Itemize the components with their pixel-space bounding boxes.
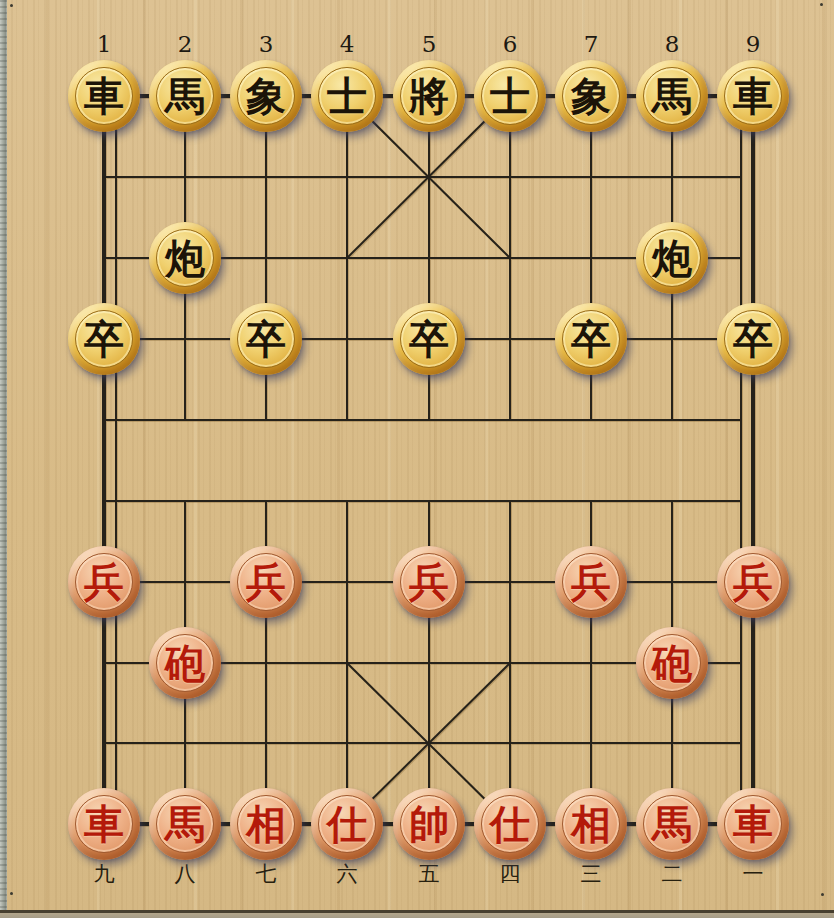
piece-glyph: 馬 [149,60,221,132]
file-label-top-7: 7 [584,33,599,56]
piece-black-elephant[interactable]: 象 [230,60,302,132]
piece-glyph: 馬 [636,788,708,860]
piece-black-soldier[interactable]: 卒 [717,303,789,375]
piece-glyph: 砲 [149,627,221,699]
file-label-bottom-8: 二 [662,864,683,885]
piece-black-horse[interactable]: 馬 [149,60,221,132]
piece-glyph: 象 [555,60,627,132]
piece-glyph: 砲 [636,627,708,699]
window-bottom-strip [0,913,834,918]
piece-red-chariot[interactable]: 車 [717,788,789,860]
piece-red-horse[interactable]: 馬 [636,788,708,860]
piece-black-horse[interactable]: 馬 [636,60,708,132]
piece-glyph: 炮 [636,222,708,294]
corner-dot [10,892,13,895]
piece-glyph: 車 [68,60,140,132]
piece-glyph: 相 [555,788,627,860]
file-label-top-5: 5 [422,33,437,56]
piece-glyph: 馬 [149,788,221,860]
piece-glyph: 帥 [393,788,465,860]
board-grid [0,0,834,918]
piece-glyph: 炮 [149,222,221,294]
piece-glyph: 兵 [68,546,140,618]
piece-black-chariot[interactable]: 車 [68,60,140,132]
piece-glyph: 仕 [474,788,546,860]
piece-black-cannon[interactable]: 炮 [636,222,708,294]
file-label-top-3: 3 [259,33,274,56]
piece-black-soldier[interactable]: 卒 [230,303,302,375]
file-label-top-8: 8 [665,33,680,56]
piece-glyph: 車 [68,788,140,860]
piece-glyph: 馬 [636,60,708,132]
piece-black-cannon[interactable]: 炮 [149,222,221,294]
piece-glyph: 兵 [393,546,465,618]
window-left-edge [0,0,7,918]
file-label-top-6: 6 [503,33,518,56]
corner-dot [821,893,824,896]
piece-glyph: 兵 [717,546,789,618]
file-label-bottom-1: 九 [94,864,115,885]
xiangqi-window: 123456789 九八七六五四三二一 車馬象士將士象馬車炮炮卒卒卒卒卒兵兵兵兵… [0,0,834,918]
file-label-bottom-3: 七 [256,864,277,885]
piece-glyph: 兵 [555,546,627,618]
piece-glyph: 車 [717,788,789,860]
file-label-bottom-2: 八 [175,864,196,885]
piece-glyph: 卒 [555,303,627,375]
file-label-top-1: 1 [97,33,112,56]
piece-glyph: 卒 [230,303,302,375]
piece-red-soldier[interactable]: 兵 [555,546,627,618]
piece-black-advisor[interactable]: 士 [474,60,546,132]
piece-red-elephant[interactable]: 相 [555,788,627,860]
file-label-bottom-4: 六 [337,864,358,885]
file-label-bottom-5: 五 [419,864,440,885]
piece-black-elephant[interactable]: 象 [555,60,627,132]
piece-glyph: 將 [393,60,465,132]
piece-red-horse[interactable]: 馬 [149,788,221,860]
piece-black-chariot[interactable]: 車 [717,60,789,132]
piece-red-advisor[interactable]: 仕 [474,788,546,860]
piece-red-soldier[interactable]: 兵 [230,546,302,618]
file-label-top-9: 9 [746,33,761,56]
piece-red-general[interactable]: 帥 [393,788,465,860]
piece-glyph: 卒 [68,303,140,375]
piece-glyph: 士 [474,60,546,132]
piece-black-soldier[interactable]: 卒 [393,303,465,375]
piece-glyph: 士 [311,60,383,132]
piece-red-soldier[interactable]: 兵 [68,546,140,618]
piece-glyph: 象 [230,60,302,132]
piece-glyph: 兵 [230,546,302,618]
piece-black-general[interactable]: 將 [393,60,465,132]
corner-dot [10,4,13,7]
file-label-bottom-6: 四 [500,864,521,885]
piece-red-elephant[interactable]: 相 [230,788,302,860]
corner-dot [820,3,823,6]
piece-red-soldier[interactable]: 兵 [393,546,465,618]
piece-red-cannon[interactable]: 砲 [636,627,708,699]
piece-red-advisor[interactable]: 仕 [311,788,383,860]
piece-glyph: 仕 [311,788,383,860]
piece-black-advisor[interactable]: 士 [311,60,383,132]
file-label-top-4: 4 [340,33,355,56]
piece-black-soldier[interactable]: 卒 [68,303,140,375]
piece-glyph: 卒 [393,303,465,375]
piece-black-soldier[interactable]: 卒 [555,303,627,375]
piece-red-soldier[interactable]: 兵 [717,546,789,618]
piece-glyph: 相 [230,788,302,860]
file-label-top-2: 2 [178,33,193,56]
file-label-bottom-9: 一 [743,864,764,885]
piece-glyph: 卒 [717,303,789,375]
file-label-bottom-7: 三 [581,864,602,885]
piece-red-chariot[interactable]: 車 [68,788,140,860]
piece-red-cannon[interactable]: 砲 [149,627,221,699]
piece-glyph: 車 [717,60,789,132]
